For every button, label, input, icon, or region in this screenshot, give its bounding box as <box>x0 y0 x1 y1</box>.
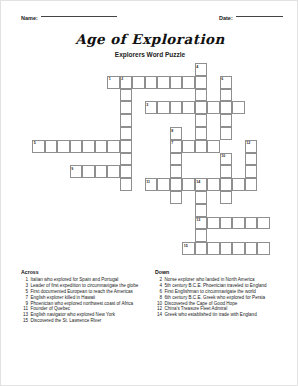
crossword-cell-r3c7[interactable] <box>120 101 133 114</box>
crossword-cell-r12c14[interactable] <box>207 217 220 230</box>
crossword-cell-r9c15[interactable] <box>220 178 233 191</box>
crossword-cell-r3c12[interactable] <box>182 101 195 114</box>
crossword-cell-r8c6[interactable] <box>107 165 120 178</box>
clue-text: English navigator who explored New York <box>31 312 150 317</box>
clue-number: 5 <box>21 289 28 294</box>
crossword-cell-r9c11[interactable] <box>170 178 183 191</box>
down-clue-list: 2Norse explorer who landed in North Amer… <box>155 277 293 317</box>
crossword-cell-r0c13[interactable]: 4 <box>195 63 208 76</box>
crossword-cell-r7c11[interactable] <box>170 153 183 166</box>
crossword-cell-r12c17[interactable] <box>245 217 258 230</box>
down-clue-14: 14Greek who established tin trade with E… <box>155 312 293 317</box>
crossword-cell-r6c0[interactable]: 5 <box>32 140 45 153</box>
date-label: Date: <box>219 15 233 21</box>
crossword-cell-r12c13[interactable]: 13 <box>195 217 208 230</box>
crossword-cell-r1c10[interactable] <box>157 76 170 89</box>
crossword-cell-r1c8[interactable] <box>132 76 145 89</box>
crossword-cell-r11c13[interactable] <box>195 204 208 217</box>
crossword-cell-r12c16[interactable] <box>232 217 245 230</box>
cell-number-5: 5 <box>34 141 36 145</box>
crossword-cell-r2c13[interactable] <box>195 89 208 102</box>
down-clues: Down 2Norse explorer who landed in North… <box>155 269 293 318</box>
clue-text: Discovered the St. Lawrence River <box>31 318 150 323</box>
across-clue-9: 9Phoenician who explored northwest coast… <box>21 301 149 306</box>
crossword-cell-r7c7[interactable] <box>120 153 133 166</box>
crossword-cell-r3c9[interactable]: 3 <box>145 101 158 114</box>
across-clue-list: 1Italian who explored for Spain and Port… <box>21 277 149 323</box>
crossword-cell-r6c4[interactable] <box>82 140 95 153</box>
cell-number-13: 13 <box>196 218 200 222</box>
crossword-cell-r1c7[interactable]: 2 <box>120 76 133 89</box>
across-clue-1: 1Italian who explored for Spain and Port… <box>21 277 149 282</box>
crossword-cell-r4c7[interactable] <box>120 114 133 127</box>
crossword-cell-r14c14[interactable] <box>207 242 220 255</box>
cell-number-4: 4 <box>196 65 198 69</box>
cell-number-2: 2 <box>121 77 123 81</box>
crossword-cell-r9c13[interactable]: 14 <box>195 178 208 191</box>
clue-number: 6 <box>155 289 162 294</box>
cell-number-15: 15 <box>184 244 188 248</box>
crossword-cell-r6c5[interactable] <box>95 140 108 153</box>
crossword-cell-r5c7[interactable] <box>120 127 133 140</box>
crossword-cell-r12c15[interactable] <box>220 217 233 230</box>
crossword-cell-r9c14[interactable] <box>207 178 220 191</box>
crossword-cell-r3c15[interactable] <box>220 101 233 114</box>
crossword-cell-r10c15[interactable] <box>220 191 233 204</box>
across-clue-5: 5First documented European to reach the … <box>21 289 149 294</box>
crossword-cell-r1c12[interactable] <box>182 76 195 89</box>
crossword-grid: 412638571210911141315 <box>32 63 270 255</box>
crossword-cell-r9c9[interactable]: 11 <box>145 178 158 191</box>
across-clue-3: 3Leader of first expedition to circumnav… <box>21 283 149 288</box>
crossword-cell-r6c3[interactable] <box>70 140 83 153</box>
clue-text: First documented European to reach the A… <box>31 289 150 294</box>
crossword-cell-r5c15[interactable] <box>220 127 233 140</box>
clue-number: 11 <box>21 306 28 311</box>
cell-number-6: 6 <box>221 77 223 81</box>
clue-text: English explorer killed in Hawaii <box>31 295 150 300</box>
crossword-cell-r8c3[interactable]: 9 <box>70 165 83 178</box>
crossword-cell-r3c11[interactable] <box>170 101 183 114</box>
clue-text: Italian who explored for Spain and Portu… <box>31 277 150 282</box>
page-title: Age of Exploration <box>1 31 298 47</box>
crossword-cell-r9c12[interactable] <box>182 178 195 191</box>
clue-text: Phoenician who explored northwest coast … <box>31 301 150 306</box>
crossword-cell-r7c15[interactable]: 10 <box>220 153 233 166</box>
cell-number-11: 11 <box>146 180 150 184</box>
across-clue-15: 15Discovered the St. Lawrence River <box>21 318 149 323</box>
crossword-cell-r8c7[interactable] <box>120 165 133 178</box>
crossword-cell-r1c6[interactable]: 1 <box>107 76 120 89</box>
crossword-cell-r12c18[interactable] <box>257 217 270 230</box>
crossword-cell-r14c17[interactable] <box>245 242 258 255</box>
clue-number: 14 <box>155 312 162 317</box>
across-clue-11: 11Founder of Quebec <box>21 306 149 311</box>
crossword-cell-r6c7[interactable] <box>120 140 133 153</box>
clue-text: Leader of first expedition to circumnavi… <box>31 283 150 288</box>
clue-number: 10 <box>155 301 162 306</box>
cell-number-14: 14 <box>196 180 200 184</box>
across-clue-7: 7English explorer killed in Hawaii <box>21 295 149 300</box>
crossword-cell-r9c7[interactable] <box>120 178 133 191</box>
clue-number: 8 <box>155 295 162 300</box>
crossword-cell-r8c4[interactable] <box>82 165 95 178</box>
down-clue-10: 10Discovered the Cape of Good Hope <box>155 301 293 306</box>
clue-number: 9 <box>21 301 28 306</box>
crossword-cell-r9c17[interactable] <box>245 178 258 191</box>
worksheet-page: Name: Date: Age of Exploration Explorers… <box>0 0 298 386</box>
page-subtitle: Explorers Word Puzzle <box>1 51 298 58</box>
down-header: Down <box>155 269 293 275</box>
cell-number-10: 10 <box>221 154 225 158</box>
crossword-cell-r3c13[interactable] <box>195 101 208 114</box>
date-input-line[interactable] <box>236 15 283 17</box>
crossword-cell-r14c15[interactable] <box>220 242 233 255</box>
crossword-cell-r14c16[interactable] <box>232 242 245 255</box>
crossword-cell-r7c17[interactable] <box>245 153 258 166</box>
cell-number-8: 8 <box>171 129 173 133</box>
crossword-cell-r9c10[interactable] <box>157 178 170 191</box>
crossword-cell-r10c13[interactable] <box>195 191 208 204</box>
crossword-cell-r3c14[interactable] <box>207 101 220 114</box>
crossword-cell-r6c13[interactable] <box>195 140 208 153</box>
crossword-cell-r8c5[interactable] <box>95 165 108 178</box>
cell-number-9: 9 <box>71 167 73 171</box>
crossword-cell-r1c15[interactable]: 6 <box>220 76 233 89</box>
crossword-cell-r14c13[interactable] <box>195 242 208 255</box>
crossword-cell-r9c16[interactable] <box>232 178 245 191</box>
clue-text: China's Treasure Fleet Admiral <box>165 306 294 311</box>
crossword-cell-r6c12[interactable] <box>182 140 195 153</box>
crossword-cell-r6c6[interactable] <box>107 140 120 153</box>
crossword-cell-r10c11[interactable] <box>170 191 183 204</box>
down-clue-8: 86th century B.C.E. Greek who explored f… <box>155 295 293 300</box>
crossword-cell-r2c15[interactable] <box>220 89 233 102</box>
down-clue-2: 2Norse explorer who landed in North Amer… <box>155 277 293 282</box>
down-clue-4: 45th century B.C.E. Phoenician traveled … <box>155 283 293 288</box>
across-clue-13: 13English navigator who explored New Yor… <box>21 312 149 317</box>
crossword-cell-r6c2[interactable] <box>57 140 70 153</box>
clue-number: 15 <box>21 318 28 323</box>
clue-number: 1 <box>21 277 28 282</box>
clue-number: 3 <box>21 283 28 288</box>
crossword-cell-r4c15[interactable] <box>220 114 233 127</box>
cell-number-7: 7 <box>171 141 173 145</box>
cell-number-12: 12 <box>246 141 250 145</box>
clue-text: 6th century B.C.E. Greek who explored fo… <box>165 295 294 300</box>
crossword-cell-r1c9[interactable] <box>145 76 158 89</box>
clue-text: Founder of Quebec <box>31 306 150 311</box>
cell-number-3: 3 <box>146 103 148 107</box>
crossword-cell-r2c7[interactable] <box>120 89 133 102</box>
clue-text: Greek who established tin trade with Eng… <box>165 312 294 317</box>
crossword-cell-r8c15[interactable] <box>220 165 233 178</box>
crossword-cell-r13c13[interactable] <box>195 229 208 242</box>
crossword-cell-r14c12[interactable]: 15 <box>182 242 195 255</box>
clue-text: Norse explorer who landed in North Ameri… <box>165 277 294 282</box>
name-label: Name: <box>21 15 38 21</box>
crossword-cell-r6c11[interactable]: 7 <box>170 140 183 153</box>
clue-number: 2 <box>155 277 162 282</box>
clue-text: Discovered the Cape of Good Hope <box>165 301 294 306</box>
crossword-cell-r5c13[interactable] <box>195 127 208 140</box>
down-clue-6: 6First Englishman to circumnavigate the … <box>155 289 293 294</box>
crossword-cell-r1c13[interactable] <box>195 76 208 89</box>
crossword-cell-r4c13[interactable] <box>195 114 208 127</box>
clue-text: First Englishman to circumnavigate the w… <box>165 289 294 294</box>
crossword-cell-r14c18[interactable] <box>257 242 270 255</box>
cell-number-1: 1 <box>109 77 111 81</box>
crossword-cell-r6c1[interactable] <box>45 140 58 153</box>
crossword-cell-r3c10[interactable] <box>157 101 170 114</box>
name-input-line[interactable] <box>41 15 117 17</box>
clue-number: 7 <box>21 295 28 300</box>
crossword-cell-r1c11[interactable] <box>170 76 183 89</box>
across-clues: Across 1Italian who explored for Spain a… <box>21 269 149 324</box>
crossword-cell-r6c14[interactable] <box>207 140 220 153</box>
clue-text: 5th century B.C.E. Phoenician traveled t… <box>165 283 294 288</box>
down-clue-12: 12China's Treasure Fleet Admiral <box>155 306 293 311</box>
crossword-cell-r8c17[interactable] <box>245 165 258 178</box>
clue-number: 12 <box>155 306 162 311</box>
clue-number: 4 <box>155 283 162 288</box>
crossword-cell-r5c11[interactable]: 8 <box>170 127 183 140</box>
crossword-cell-r6c17[interactable]: 12 <box>245 140 258 153</box>
across-header: Across <box>21 269 149 275</box>
clue-number: 13 <box>21 312 28 317</box>
crossword-cell-r8c11[interactable] <box>170 165 183 178</box>
crossword-cell-r3c16[interactable] <box>232 101 245 114</box>
